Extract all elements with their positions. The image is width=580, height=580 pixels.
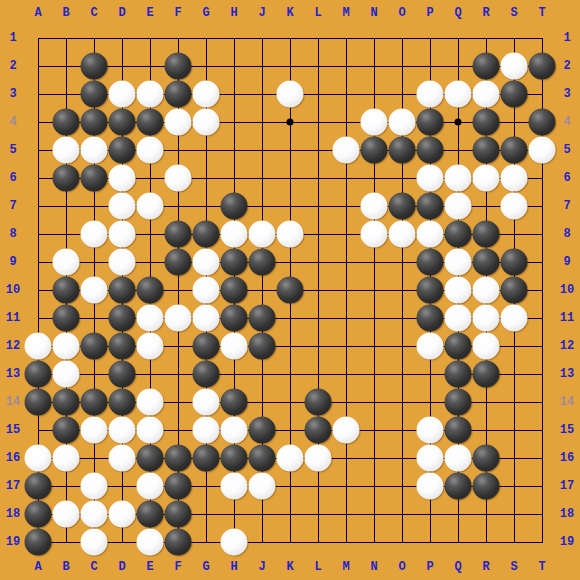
white-stone-F4 bbox=[165, 109, 192, 136]
white-stone-H17 bbox=[221, 473, 248, 500]
white-stone-Q7 bbox=[445, 193, 472, 220]
white-stone-Q6 bbox=[445, 165, 472, 192]
white-stone-P17 bbox=[417, 473, 444, 500]
row-label-right-12: 12 bbox=[560, 339, 574, 353]
black-stone-S10 bbox=[501, 277, 528, 304]
black-stone-Q15 bbox=[445, 417, 472, 444]
white-stone-B18 bbox=[53, 501, 80, 528]
column-label-top-P: P bbox=[426, 6, 433, 20]
black-stone-G16 bbox=[193, 445, 220, 472]
column-label-bottom-D: D bbox=[118, 560, 125, 574]
white-stone-G4 bbox=[193, 109, 220, 136]
black-stone-R13 bbox=[473, 361, 500, 388]
row-label-right-5: 5 bbox=[563, 143, 570, 157]
row-label-left-6: 6 bbox=[9, 171, 16, 185]
white-stone-G9 bbox=[193, 249, 220, 276]
column-label-top-N: N bbox=[370, 6, 377, 20]
row-label-left-16: 16 bbox=[6, 451, 20, 465]
white-stone-B12 bbox=[53, 333, 80, 360]
black-stone-R17 bbox=[473, 473, 500, 500]
black-stone-G12 bbox=[193, 333, 220, 360]
star-point-Q4 bbox=[455, 119, 462, 126]
black-stone-L15 bbox=[305, 417, 332, 444]
black-stone-B6 bbox=[53, 165, 80, 192]
white-stone-B9 bbox=[53, 249, 80, 276]
white-stone-E3 bbox=[137, 81, 164, 108]
black-stone-G13 bbox=[193, 361, 220, 388]
white-stone-R12 bbox=[473, 333, 500, 360]
row-label-left-11: 11 bbox=[6, 311, 20, 325]
black-stone-C14 bbox=[81, 389, 108, 416]
white-stone-P15 bbox=[417, 417, 444, 444]
black-stone-B4 bbox=[53, 109, 80, 136]
black-stone-C12 bbox=[81, 333, 108, 360]
row-label-right-2: 2 bbox=[563, 59, 570, 73]
black-stone-A19 bbox=[25, 529, 52, 556]
white-stone-H12 bbox=[221, 333, 248, 360]
black-stone-H11 bbox=[221, 305, 248, 332]
white-stone-S6 bbox=[501, 165, 528, 192]
black-stone-O7 bbox=[389, 193, 416, 220]
go-board-app: AABBCCDDEEFFGGHHJJKKLLMMNNOOPPQQRRSSTT11… bbox=[0, 0, 580, 580]
black-stone-O5 bbox=[389, 137, 416, 164]
black-stone-H14 bbox=[221, 389, 248, 416]
black-stone-R4 bbox=[473, 109, 500, 136]
column-label-bottom-L: L bbox=[314, 560, 321, 574]
black-stone-J12 bbox=[249, 333, 276, 360]
row-label-left-9: 9 bbox=[9, 255, 16, 269]
black-stone-S5 bbox=[501, 137, 528, 164]
column-label-top-A: A bbox=[34, 6, 41, 20]
white-stone-D6 bbox=[109, 165, 136, 192]
column-label-top-L: L bbox=[314, 6, 321, 20]
white-stone-C19 bbox=[81, 529, 108, 556]
row-label-right-7: 7 bbox=[563, 199, 570, 213]
white-stone-P6 bbox=[417, 165, 444, 192]
white-stone-Q11 bbox=[445, 305, 472, 332]
column-label-top-S: S bbox=[510, 6, 517, 20]
column-label-bottom-J: J bbox=[258, 560, 265, 574]
black-stone-H16 bbox=[221, 445, 248, 472]
white-stone-E19 bbox=[137, 529, 164, 556]
black-stone-C2 bbox=[81, 53, 108, 80]
black-stone-R2 bbox=[473, 53, 500, 80]
white-stone-G3 bbox=[193, 81, 220, 108]
white-stone-P16 bbox=[417, 445, 444, 472]
column-label-bottom-T: T bbox=[538, 560, 545, 574]
white-stone-D16 bbox=[109, 445, 136, 472]
black-stone-E4 bbox=[137, 109, 164, 136]
black-stone-E10 bbox=[137, 277, 164, 304]
black-stone-S9 bbox=[501, 249, 528, 276]
white-stone-G11 bbox=[193, 305, 220, 332]
column-label-top-J: J bbox=[258, 6, 265, 20]
column-label-bottom-S: S bbox=[510, 560, 517, 574]
white-stone-E15 bbox=[137, 417, 164, 444]
black-stone-J9 bbox=[249, 249, 276, 276]
white-stone-E17 bbox=[137, 473, 164, 500]
column-label-top-K: K bbox=[286, 6, 293, 20]
black-stone-R5 bbox=[473, 137, 500, 164]
white-stone-F6 bbox=[165, 165, 192, 192]
white-stone-N8 bbox=[361, 221, 388, 248]
white-stone-L16 bbox=[305, 445, 332, 472]
black-stone-D12 bbox=[109, 333, 136, 360]
column-label-top-R: R bbox=[482, 6, 489, 20]
white-stone-Q3 bbox=[445, 81, 472, 108]
white-stone-D7 bbox=[109, 193, 136, 220]
row-label-left-4: 4 bbox=[9, 115, 16, 129]
white-stone-E7 bbox=[137, 193, 164, 220]
row-label-right-13: 13 bbox=[560, 367, 574, 381]
black-stone-F3 bbox=[165, 81, 192, 108]
white-stone-R11 bbox=[473, 305, 500, 332]
column-label-bottom-H: H bbox=[230, 560, 237, 574]
white-stone-O4 bbox=[389, 109, 416, 136]
black-stone-P5 bbox=[417, 137, 444, 164]
white-stone-A16 bbox=[25, 445, 52, 472]
row-label-right-17: 17 bbox=[560, 479, 574, 493]
black-stone-B15 bbox=[53, 417, 80, 444]
black-stone-T2 bbox=[529, 53, 556, 80]
white-stone-K8 bbox=[277, 221, 304, 248]
column-label-top-H: H bbox=[230, 6, 237, 20]
row-label-right-1: 1 bbox=[563, 31, 570, 45]
white-stone-E12 bbox=[137, 333, 164, 360]
white-stone-H15 bbox=[221, 417, 248, 444]
black-stone-N5 bbox=[361, 137, 388, 164]
white-stone-P8 bbox=[417, 221, 444, 248]
row-label-left-13: 13 bbox=[6, 367, 20, 381]
white-stone-H19 bbox=[221, 529, 248, 556]
white-stone-B16 bbox=[53, 445, 80, 472]
white-stone-K3 bbox=[277, 81, 304, 108]
white-stone-C8 bbox=[81, 221, 108, 248]
black-stone-F8 bbox=[165, 221, 192, 248]
black-stone-K10 bbox=[277, 277, 304, 304]
white-stone-R3 bbox=[473, 81, 500, 108]
black-stone-Q8 bbox=[445, 221, 472, 248]
black-stone-G8 bbox=[193, 221, 220, 248]
column-label-bottom-M: M bbox=[342, 560, 349, 574]
black-stone-C4 bbox=[81, 109, 108, 136]
black-stone-R9 bbox=[473, 249, 500, 276]
black-stone-J16 bbox=[249, 445, 276, 472]
white-stone-S2 bbox=[501, 53, 528, 80]
white-stone-H8 bbox=[221, 221, 248, 248]
black-stone-Q12 bbox=[445, 333, 472, 360]
black-stone-H7 bbox=[221, 193, 248, 220]
black-stone-D10 bbox=[109, 277, 136, 304]
white-stone-S11 bbox=[501, 305, 528, 332]
black-stone-Q14 bbox=[445, 389, 472, 416]
column-label-bottom-A: A bbox=[34, 560, 41, 574]
black-stone-A17 bbox=[25, 473, 52, 500]
black-stone-F2 bbox=[165, 53, 192, 80]
black-stone-C3 bbox=[81, 81, 108, 108]
column-label-top-G: G bbox=[202, 6, 209, 20]
white-stone-B13 bbox=[53, 361, 80, 388]
white-stone-G10 bbox=[193, 277, 220, 304]
black-stone-B11 bbox=[53, 305, 80, 332]
column-label-top-Q: Q bbox=[454, 6, 461, 20]
white-stone-P12 bbox=[417, 333, 444, 360]
black-stone-C6 bbox=[81, 165, 108, 192]
row-label-left-10: 10 bbox=[6, 283, 20, 297]
black-stone-F9 bbox=[165, 249, 192, 276]
row-label-right-19: 19 bbox=[560, 535, 574, 549]
row-label-left-2: 2 bbox=[9, 59, 16, 73]
white-stone-B5 bbox=[53, 137, 80, 164]
white-stone-K16 bbox=[277, 445, 304, 472]
row-label-right-3: 3 bbox=[563, 87, 570, 101]
row-label-left-18: 18 bbox=[6, 507, 20, 521]
black-stone-H9 bbox=[221, 249, 248, 276]
row-label-left-19: 19 bbox=[6, 535, 20, 549]
black-stone-T4 bbox=[529, 109, 556, 136]
black-stone-A18 bbox=[25, 501, 52, 528]
white-stone-E11 bbox=[137, 305, 164, 332]
black-stone-D5 bbox=[109, 137, 136, 164]
white-stone-C10 bbox=[81, 277, 108, 304]
column-label-bottom-B: B bbox=[62, 560, 69, 574]
black-stone-Q13 bbox=[445, 361, 472, 388]
black-stone-E16 bbox=[137, 445, 164, 472]
black-stone-F16 bbox=[165, 445, 192, 472]
row-label-left-7: 7 bbox=[9, 199, 16, 213]
white-stone-R6 bbox=[473, 165, 500, 192]
white-stone-T5 bbox=[529, 137, 556, 164]
white-stone-C17 bbox=[81, 473, 108, 500]
black-stone-J15 bbox=[249, 417, 276, 444]
black-stone-E18 bbox=[137, 501, 164, 528]
black-stone-A13 bbox=[25, 361, 52, 388]
column-label-bottom-K: K bbox=[286, 560, 293, 574]
white-stone-J8 bbox=[249, 221, 276, 248]
column-label-bottom-Q: Q bbox=[454, 560, 461, 574]
white-stone-C18 bbox=[81, 501, 108, 528]
column-label-top-E: E bbox=[146, 6, 153, 20]
column-label-bottom-O: O bbox=[398, 560, 405, 574]
white-stone-E14 bbox=[137, 389, 164, 416]
row-label-right-9: 9 bbox=[563, 255, 570, 269]
row-label-left-5: 5 bbox=[9, 143, 16, 157]
row-label-left-8: 8 bbox=[9, 227, 16, 241]
white-stone-M5 bbox=[333, 137, 360, 164]
black-stone-P11 bbox=[417, 305, 444, 332]
row-label-left-17: 17 bbox=[6, 479, 20, 493]
column-label-top-T: T bbox=[538, 6, 545, 20]
white-stone-M15 bbox=[333, 417, 360, 444]
black-stone-B10 bbox=[53, 277, 80, 304]
white-stone-D18 bbox=[109, 501, 136, 528]
white-stone-G15 bbox=[193, 417, 220, 444]
black-stone-R8 bbox=[473, 221, 500, 248]
black-stone-B14 bbox=[53, 389, 80, 416]
white-stone-C15 bbox=[81, 417, 108, 444]
column-label-bottom-F: F bbox=[174, 560, 181, 574]
black-stone-L14 bbox=[305, 389, 332, 416]
row-label-left-15: 15 bbox=[6, 423, 20, 437]
white-stone-D8 bbox=[109, 221, 136, 248]
black-stone-P4 bbox=[417, 109, 444, 136]
white-stone-O8 bbox=[389, 221, 416, 248]
column-label-top-D: D bbox=[118, 6, 125, 20]
row-label-right-16: 16 bbox=[560, 451, 574, 465]
row-label-left-12: 12 bbox=[6, 339, 20, 353]
row-label-right-6: 6 bbox=[563, 171, 570, 185]
black-stone-R16 bbox=[473, 445, 500, 472]
black-stone-F18 bbox=[165, 501, 192, 528]
row-label-left-14: 14 bbox=[6, 395, 20, 409]
column-label-top-M: M bbox=[342, 6, 349, 20]
row-label-right-14: 14 bbox=[560, 395, 574, 409]
black-stone-Q17 bbox=[445, 473, 472, 500]
black-stone-D14 bbox=[109, 389, 136, 416]
white-stone-P3 bbox=[417, 81, 444, 108]
white-stone-Q16 bbox=[445, 445, 472, 472]
black-stone-H10 bbox=[221, 277, 248, 304]
black-stone-F19 bbox=[165, 529, 192, 556]
white-stone-A12 bbox=[25, 333, 52, 360]
column-label-top-B: B bbox=[62, 6, 69, 20]
column-label-bottom-G: G bbox=[202, 560, 209, 574]
column-label-bottom-N: N bbox=[370, 560, 377, 574]
white-stone-F11 bbox=[165, 305, 192, 332]
black-stone-D11 bbox=[109, 305, 136, 332]
column-label-top-O: O bbox=[398, 6, 405, 20]
column-label-top-C: C bbox=[90, 6, 97, 20]
white-stone-D15 bbox=[109, 417, 136, 444]
white-stone-Q10 bbox=[445, 277, 472, 304]
row-label-right-10: 10 bbox=[560, 283, 574, 297]
column-label-top-F: F bbox=[174, 6, 181, 20]
white-stone-Q9 bbox=[445, 249, 472, 276]
black-stone-J11 bbox=[249, 305, 276, 332]
white-stone-N4 bbox=[361, 109, 388, 136]
black-stone-P7 bbox=[417, 193, 444, 220]
black-stone-A14 bbox=[25, 389, 52, 416]
white-stone-R10 bbox=[473, 277, 500, 304]
column-label-bottom-E: E bbox=[146, 560, 153, 574]
row-label-left-3: 3 bbox=[9, 87, 16, 101]
row-label-right-4: 4 bbox=[563, 115, 570, 129]
row-label-right-11: 11 bbox=[560, 311, 574, 325]
black-stone-D4 bbox=[109, 109, 136, 136]
black-stone-S3 bbox=[501, 81, 528, 108]
white-stone-N7 bbox=[361, 193, 388, 220]
black-stone-D13 bbox=[109, 361, 136, 388]
black-stone-F17 bbox=[165, 473, 192, 500]
row-label-right-18: 18 bbox=[560, 507, 574, 521]
white-stone-D3 bbox=[109, 81, 136, 108]
star-point-K4 bbox=[287, 119, 294, 126]
white-stone-E5 bbox=[137, 137, 164, 164]
black-stone-P10 bbox=[417, 277, 444, 304]
row-label-right-15: 15 bbox=[560, 423, 574, 437]
column-label-bottom-R: R bbox=[482, 560, 489, 574]
column-label-bottom-C: C bbox=[90, 560, 97, 574]
row-label-left-1: 1 bbox=[9, 31, 16, 45]
white-stone-J17 bbox=[249, 473, 276, 500]
white-stone-C5 bbox=[81, 137, 108, 164]
column-label-bottom-P: P bbox=[426, 560, 433, 574]
white-stone-G14 bbox=[193, 389, 220, 416]
black-stone-P9 bbox=[417, 249, 444, 276]
white-stone-S7 bbox=[501, 193, 528, 220]
white-stone-D9 bbox=[109, 249, 136, 276]
row-label-right-8: 8 bbox=[563, 227, 570, 241]
